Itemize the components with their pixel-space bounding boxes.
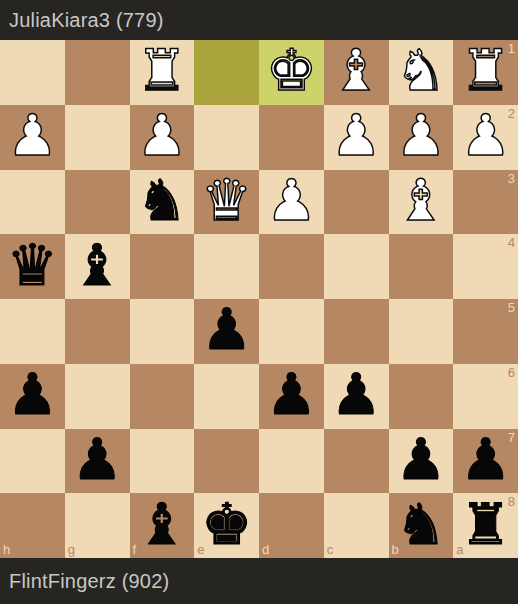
square-h5[interactable] bbox=[0, 299, 65, 364]
white-knight[interactable]: ♞ bbox=[395, 40, 446, 102]
square-g7[interactable]: ♟ bbox=[65, 429, 130, 494]
square-e5[interactable]: ♟ bbox=[194, 299, 259, 364]
square-c7[interactable] bbox=[324, 429, 389, 494]
square-g4[interactable]: ♝ bbox=[65, 234, 130, 299]
square-d1[interactable]: ♚ bbox=[259, 40, 324, 105]
square-a1[interactable]: ♜1 bbox=[453, 40, 518, 105]
square-f7[interactable] bbox=[130, 429, 195, 494]
square-e8[interactable]: ♚e bbox=[194, 493, 259, 558]
square-d6[interactable]: ♟ bbox=[259, 364, 324, 429]
opponent-bar: JuliaKiara3 (779) bbox=[0, 0, 518, 40]
square-f2[interactable]: ♟ bbox=[130, 105, 195, 170]
white-rook[interactable]: ♜ bbox=[460, 40, 511, 102]
black-queen[interactable]: ♛ bbox=[7, 234, 58, 296]
square-f5[interactable] bbox=[130, 299, 195, 364]
square-f1[interactable]: ♜ bbox=[130, 40, 195, 105]
white-pawn[interactable]: ♟ bbox=[7, 105, 58, 167]
square-a7[interactable]: ♟7 bbox=[453, 429, 518, 494]
rank-label-1: 1 bbox=[508, 42, 515, 55]
player-name-rating: FlintFingerz (902) bbox=[9, 570, 169, 593]
square-c8[interactable]: c bbox=[324, 493, 389, 558]
square-b6[interactable] bbox=[389, 364, 454, 429]
square-h4[interactable]: ♛ bbox=[0, 234, 65, 299]
black-bishop[interactable]: ♝ bbox=[136, 493, 187, 555]
square-e3[interactable]: ♛ bbox=[194, 170, 259, 235]
square-b5[interactable] bbox=[389, 299, 454, 364]
black-rook[interactable]: ♜ bbox=[460, 493, 511, 555]
square-a4[interactable]: 4 bbox=[453, 234, 518, 299]
square-a6[interactable]: 6 bbox=[453, 364, 518, 429]
file-label-b: b bbox=[392, 543, 399, 556]
square-f3[interactable]: ♞ bbox=[130, 170, 195, 235]
square-d4[interactable] bbox=[259, 234, 324, 299]
opponent-name-rating: JuliaKiara3 (779) bbox=[9, 9, 164, 32]
white-pawn[interactable]: ♟ bbox=[460, 105, 511, 167]
square-a2[interactable]: ♟2 bbox=[453, 105, 518, 170]
rank-label-8: 8 bbox=[508, 495, 515, 508]
square-g1[interactable] bbox=[65, 40, 130, 105]
file-label-c: c bbox=[327, 543, 334, 556]
square-c4[interactable] bbox=[324, 234, 389, 299]
black-pawn[interactable]: ♟ bbox=[331, 364, 382, 426]
square-c5[interactable] bbox=[324, 299, 389, 364]
square-d3[interactable]: ♟ bbox=[259, 170, 324, 235]
square-b8[interactable]: ♞b bbox=[389, 493, 454, 558]
square-h8[interactable]: h bbox=[0, 493, 65, 558]
white-bishop[interactable]: ♝ bbox=[395, 170, 446, 232]
square-a3[interactable]: 3 bbox=[453, 170, 518, 235]
black-king[interactable]: ♚ bbox=[201, 493, 252, 555]
white-pawn[interactable]: ♟ bbox=[331, 105, 382, 167]
rank-label-5: 5 bbox=[508, 301, 515, 314]
square-f4[interactable] bbox=[130, 234, 195, 299]
rank-label-2: 2 bbox=[508, 107, 515, 120]
square-e7[interactable] bbox=[194, 429, 259, 494]
black-pawn[interactable]: ♟ bbox=[395, 429, 446, 491]
file-label-g: g bbox=[68, 543, 75, 556]
square-b3[interactable]: ♝ bbox=[389, 170, 454, 235]
chess-board[interactable]: ♜♚♝♞♜1♟♟♟♟♟2♞♛♟♝3♛♝4♟5♟♟♟6♟♟♟7hg♝f♚edc♞b… bbox=[0, 40, 518, 558]
white-queen[interactable]: ♛ bbox=[201, 170, 252, 232]
square-b4[interactable] bbox=[389, 234, 454, 299]
square-c2[interactable]: ♟ bbox=[324, 105, 389, 170]
square-d2[interactable] bbox=[259, 105, 324, 170]
square-e1[interactable] bbox=[194, 40, 259, 105]
square-g5[interactable] bbox=[65, 299, 130, 364]
square-a8[interactable]: ♜a8 bbox=[453, 493, 518, 558]
square-e6[interactable] bbox=[194, 364, 259, 429]
black-pawn[interactable]: ♟ bbox=[201, 299, 252, 361]
square-h6[interactable]: ♟ bbox=[0, 364, 65, 429]
file-label-d: d bbox=[262, 543, 269, 556]
square-h1[interactable] bbox=[0, 40, 65, 105]
square-h7[interactable] bbox=[0, 429, 65, 494]
white-rook[interactable]: ♜ bbox=[136, 40, 187, 102]
rank-label-6: 6 bbox=[508, 366, 515, 379]
square-c1[interactable]: ♝ bbox=[324, 40, 389, 105]
square-e4[interactable] bbox=[194, 234, 259, 299]
square-d8[interactable]: d bbox=[259, 493, 324, 558]
square-c6[interactable]: ♟ bbox=[324, 364, 389, 429]
player-bar: FlintFingerz (902) bbox=[0, 558, 518, 604]
black-pawn[interactable]: ♟ bbox=[7, 364, 58, 426]
square-f6[interactable] bbox=[130, 364, 195, 429]
square-h2[interactable]: ♟ bbox=[0, 105, 65, 170]
file-label-a: a bbox=[456, 543, 463, 556]
white-bishop[interactable]: ♝ bbox=[331, 40, 382, 102]
rank-label-4: 4 bbox=[508, 236, 515, 249]
square-b7[interactable]: ♟ bbox=[389, 429, 454, 494]
square-e2[interactable] bbox=[194, 105, 259, 170]
rank-label-3: 3 bbox=[508, 172, 515, 185]
square-d5[interactable] bbox=[259, 299, 324, 364]
white-pawn[interactable]: ♟ bbox=[136, 105, 187, 167]
rank-label-7: 7 bbox=[508, 431, 515, 444]
white-pawn[interactable]: ♟ bbox=[266, 170, 317, 232]
square-a5[interactable]: 5 bbox=[453, 299, 518, 364]
white-pawn[interactable]: ♟ bbox=[395, 105, 446, 167]
square-d7[interactable] bbox=[259, 429, 324, 494]
black-bishop[interactable]: ♝ bbox=[72, 234, 123, 296]
file-label-f: f bbox=[133, 543, 137, 556]
file-label-e: e bbox=[197, 543, 204, 556]
square-c3[interactable] bbox=[324, 170, 389, 235]
white-king[interactable]: ♚ bbox=[266, 40, 317, 102]
file-label-h: h bbox=[3, 543, 10, 556]
square-g8[interactable]: g bbox=[65, 493, 130, 558]
black-pawn[interactable]: ♟ bbox=[460, 429, 511, 491]
square-f8[interactable]: ♝f bbox=[130, 493, 195, 558]
square-g2[interactable] bbox=[65, 105, 130, 170]
square-g3[interactable] bbox=[65, 170, 130, 235]
black-pawn[interactable]: ♟ bbox=[72, 429, 123, 491]
square-b1[interactable]: ♞ bbox=[389, 40, 454, 105]
black-pawn[interactable]: ♟ bbox=[266, 364, 317, 426]
square-h3[interactable] bbox=[0, 170, 65, 235]
square-g6[interactable] bbox=[65, 364, 130, 429]
black-knight[interactable]: ♞ bbox=[395, 493, 446, 555]
black-knight[interactable]: ♞ bbox=[136, 170, 187, 232]
square-b2[interactable]: ♟ bbox=[389, 105, 454, 170]
